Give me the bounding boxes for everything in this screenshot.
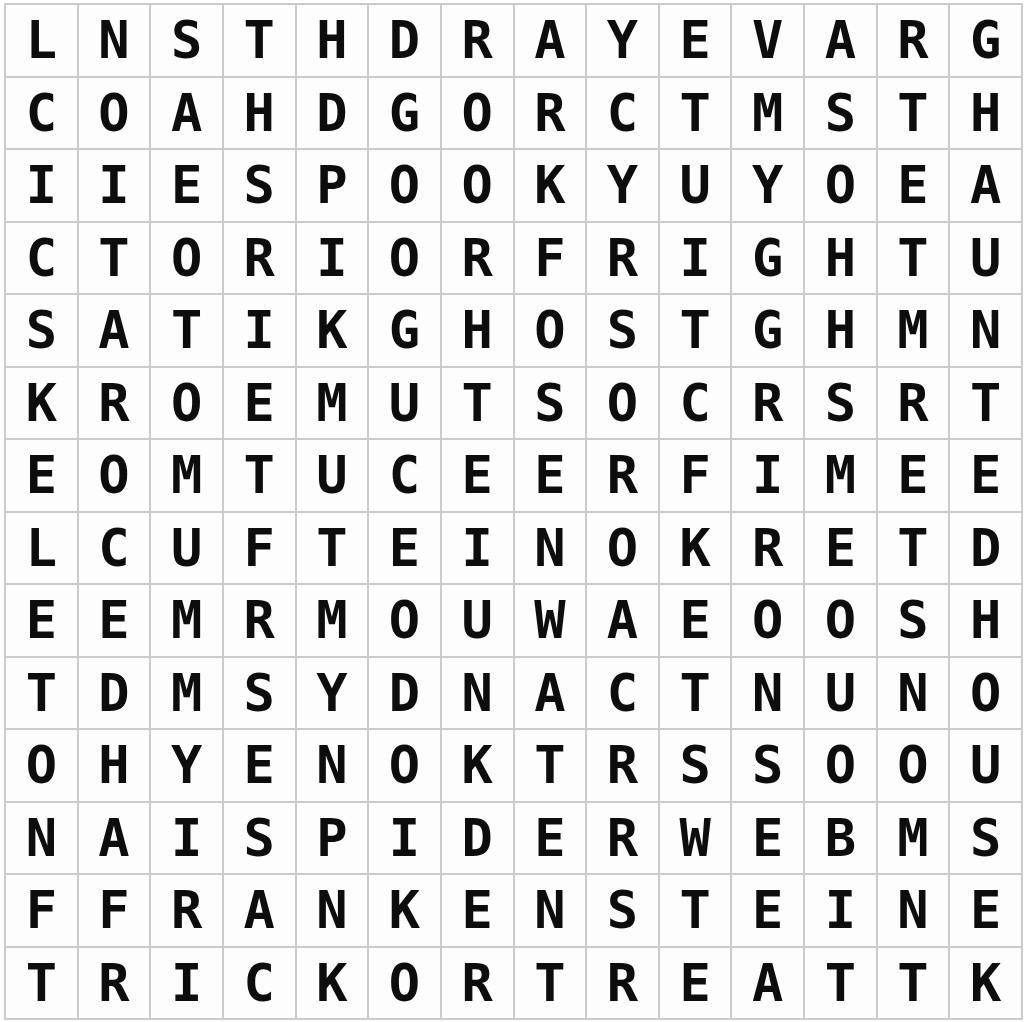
grid-cell[interactable]: U: [950, 223, 1023, 296]
grid-cell[interactable]: T: [878, 223, 951, 296]
grid-cell[interactable]: K: [297, 948, 370, 1021]
grid-cell[interactable]: E: [6, 440, 79, 513]
grid-cell[interactable]: K: [6, 368, 79, 441]
grid-cell[interactable]: A: [950, 150, 1023, 223]
grid-cell[interactable]: R: [878, 5, 951, 78]
grid-cell[interactable]: T: [224, 5, 297, 78]
grid-cell[interactable]: M: [297, 585, 370, 658]
grid-cell[interactable]: O: [587, 368, 660, 441]
grid-cell[interactable]: R: [587, 223, 660, 296]
grid-cell[interactable]: T: [79, 223, 152, 296]
grid-cell[interactable]: D: [297, 78, 370, 151]
grid-cell[interactable]: I: [151, 803, 224, 876]
grid-cell[interactable]: D: [369, 5, 442, 78]
grid-cell[interactable]: K: [950, 948, 1023, 1021]
grid-cell[interactable]: E: [950, 440, 1023, 513]
grid-cell[interactable]: A: [79, 295, 152, 368]
grid-cell[interactable]: H: [79, 730, 152, 803]
grid-cell[interactable]: H: [805, 223, 878, 296]
grid-cell[interactable]: A: [732, 948, 805, 1021]
grid-cell[interactable]: U: [151, 513, 224, 586]
grid-cell[interactable]: S: [587, 295, 660, 368]
grid-cell[interactable]: I: [79, 150, 152, 223]
grid-cell[interactable]: R: [732, 513, 805, 586]
grid-cell[interactable]: R: [878, 368, 951, 441]
grid-cell[interactable]: B: [805, 803, 878, 876]
grid-cell[interactable]: O: [79, 440, 152, 513]
grid-cell[interactable]: S: [224, 150, 297, 223]
grid-cell[interactable]: I: [297, 223, 370, 296]
grid-cell[interactable]: H: [950, 585, 1023, 658]
grid-cell[interactable]: R: [587, 803, 660, 876]
grid-cell[interactable]: U: [805, 658, 878, 731]
grid-cell[interactable]: O: [151, 223, 224, 296]
grid-cell[interactable]: A: [805, 5, 878, 78]
grid-cell[interactable]: E: [515, 440, 588, 513]
grid-cell[interactable]: D: [442, 803, 515, 876]
grid-cell[interactable]: O: [732, 585, 805, 658]
grid-cell[interactable]: O: [442, 150, 515, 223]
grid-cell[interactable]: S: [805, 78, 878, 151]
grid-cell[interactable]: R: [587, 948, 660, 1021]
grid-cell[interactable]: O: [442, 78, 515, 151]
grid-cell[interactable]: L: [6, 5, 79, 78]
grid-cell[interactable]: N: [515, 513, 588, 586]
grid-cell[interactable]: E: [950, 875, 1023, 948]
grid-cell[interactable]: W: [515, 585, 588, 658]
grid-cell[interactable]: C: [6, 78, 79, 151]
grid-cell[interactable]: T: [224, 440, 297, 513]
grid-cell[interactable]: E: [151, 150, 224, 223]
grid-cell[interactable]: U: [297, 440, 370, 513]
grid-cell[interactable]: E: [442, 440, 515, 513]
grid-cell[interactable]: K: [515, 150, 588, 223]
grid-cell[interactable]: F: [224, 513, 297, 586]
grid-cell[interactable]: E: [660, 948, 733, 1021]
grid-cell[interactable]: S: [6, 295, 79, 368]
grid-cell[interactable]: N: [297, 875, 370, 948]
grid-cell[interactable]: N: [878, 658, 951, 731]
grid-cell[interactable]: T: [660, 658, 733, 731]
grid-cell[interactable]: N: [6, 803, 79, 876]
grid-cell[interactable]: A: [224, 875, 297, 948]
grid-cell[interactable]: T: [297, 513, 370, 586]
grid-cell[interactable]: O: [369, 223, 442, 296]
grid-cell[interactable]: N: [878, 875, 951, 948]
grid-cell[interactable]: I: [369, 803, 442, 876]
word-search-grid: LNSTHDRAYEVARGCOAHDGORCTMSTHIIESPOOKYUYO…: [4, 3, 1023, 1020]
grid-cell[interactable]: L: [6, 513, 79, 586]
grid-cell[interactable]: H: [297, 5, 370, 78]
grid-cell[interactable]: O: [79, 78, 152, 151]
grid-cell[interactable]: O: [805, 585, 878, 658]
grid-cell[interactable]: T: [660, 295, 733, 368]
grid-cell[interactable]: A: [515, 5, 588, 78]
grid-cell[interactable]: P: [297, 803, 370, 876]
grid-cell[interactable]: H: [950, 78, 1023, 151]
grid-cell[interactable]: S: [732, 730, 805, 803]
grid-cell[interactable]: E: [732, 875, 805, 948]
grid-cell[interactable]: R: [79, 948, 152, 1021]
grid-cell[interactable]: E: [224, 730, 297, 803]
grid-cell[interactable]: T: [151, 295, 224, 368]
grid-cell[interactable]: Y: [151, 730, 224, 803]
grid-cell[interactable]: I: [224, 295, 297, 368]
grid-cell[interactable]: C: [369, 440, 442, 513]
grid-cell[interactable]: E: [369, 513, 442, 586]
grid-cell[interactable]: H: [442, 295, 515, 368]
grid-cell[interactable]: W: [660, 803, 733, 876]
grid-cell[interactable]: O: [6, 730, 79, 803]
grid-cell[interactable]: F: [660, 440, 733, 513]
grid-cell[interactable]: T: [442, 368, 515, 441]
grid-cell[interactable]: C: [224, 948, 297, 1021]
grid-cell[interactable]: S: [587, 875, 660, 948]
word-search-puzzle: LNSTHDRAYEVARGCOAHDGORCTMSTHIIESPOOKYUYO…: [0, 0, 1024, 1022]
grid-cell[interactable]: C: [660, 368, 733, 441]
grid-cell[interactable]: O: [878, 730, 951, 803]
grid-cell[interactable]: C: [587, 78, 660, 151]
grid-cell[interactable]: R: [442, 5, 515, 78]
grid-cell[interactable]: O: [151, 368, 224, 441]
grid-cell[interactable]: T: [6, 948, 79, 1021]
grid-cell[interactable]: S: [151, 5, 224, 78]
grid-cell[interactable]: R: [587, 440, 660, 513]
grid-cell[interactable]: M: [805, 440, 878, 513]
grid-cell[interactable]: U: [442, 585, 515, 658]
grid-cell[interactable]: R: [515, 78, 588, 151]
grid-cell[interactable]: O: [587, 513, 660, 586]
grid-cell[interactable]: G: [732, 223, 805, 296]
grid-cell[interactable]: D: [79, 658, 152, 731]
grid-cell[interactable]: E: [515, 803, 588, 876]
grid-cell[interactable]: T: [805, 948, 878, 1021]
grid-cell[interactable]: F: [515, 223, 588, 296]
grid-cell[interactable]: E: [805, 513, 878, 586]
grid-cell[interactable]: A: [79, 803, 152, 876]
grid-cell[interactable]: E: [878, 440, 951, 513]
grid-cell[interactable]: R: [732, 368, 805, 441]
grid-cell[interactable]: K: [297, 295, 370, 368]
grid-cell[interactable]: N: [297, 730, 370, 803]
grid-cell[interactable]: F: [79, 875, 152, 948]
grid-cell[interactable]: E: [6, 585, 79, 658]
grid-cell[interactable]: S: [950, 803, 1023, 876]
grid-cell[interactable]: V: [732, 5, 805, 78]
grid-cell[interactable]: N: [515, 875, 588, 948]
grid-cell[interactable]: R: [151, 875, 224, 948]
grid-cell[interactable]: I: [442, 513, 515, 586]
grid-cell[interactable]: E: [878, 150, 951, 223]
grid-cell[interactable]: I: [660, 223, 733, 296]
grid-cell[interactable]: E: [442, 875, 515, 948]
grid-cell[interactable]: A: [151, 78, 224, 151]
grid-cell[interactable]: S: [878, 585, 951, 658]
grid-cell[interactable]: H: [224, 78, 297, 151]
grid-cell[interactable]: K: [369, 875, 442, 948]
grid-cell[interactable]: Y: [587, 150, 660, 223]
grid-cell[interactable]: Y: [297, 658, 370, 731]
grid-cell[interactable]: T: [950, 368, 1023, 441]
grid-cell[interactable]: M: [878, 803, 951, 876]
grid-cell[interactable]: G: [369, 295, 442, 368]
grid-cell[interactable]: N: [732, 658, 805, 731]
grid-cell[interactable]: T: [878, 948, 951, 1021]
grid-cell[interactable]: T: [878, 78, 951, 151]
grid-cell[interactable]: R: [224, 585, 297, 658]
grid-cell[interactable]: N: [79, 5, 152, 78]
grid-cell[interactable]: O: [369, 948, 442, 1021]
grid-cell[interactable]: S: [224, 658, 297, 731]
grid-cell[interactable]: S: [805, 368, 878, 441]
grid-cell[interactable]: S: [660, 730, 733, 803]
grid-cell[interactable]: M: [878, 295, 951, 368]
grid-cell[interactable]: D: [369, 658, 442, 731]
grid-cell[interactable]: T: [6, 658, 79, 731]
grid-cell[interactable]: C: [79, 513, 152, 586]
grid-cell[interactable]: C: [587, 658, 660, 731]
grid-cell[interactable]: I: [6, 150, 79, 223]
grid-cell[interactable]: T: [660, 78, 733, 151]
grid-cell[interactable]: G: [369, 78, 442, 151]
grid-cell[interactable]: M: [151, 658, 224, 731]
grid-cell[interactable]: U: [660, 150, 733, 223]
grid-cell[interactable]: E: [224, 368, 297, 441]
grid-cell[interactable]: O: [805, 730, 878, 803]
grid-cell[interactable]: C: [6, 223, 79, 296]
grid-cell[interactable]: K: [442, 730, 515, 803]
grid-cell[interactable]: Y: [587, 5, 660, 78]
grid-cell[interactable]: Y: [732, 150, 805, 223]
grid-cell[interactable]: T: [515, 730, 588, 803]
grid-cell[interactable]: G: [732, 295, 805, 368]
grid-cell[interactable]: I: [732, 440, 805, 513]
grid-cell[interactable]: R: [442, 948, 515, 1021]
grid-cell[interactable]: R: [79, 368, 152, 441]
grid-cell[interactable]: U: [369, 368, 442, 441]
grid-cell[interactable]: S: [224, 803, 297, 876]
grid-cell[interactable]: D: [950, 513, 1023, 586]
grid-cell[interactable]: O: [950, 658, 1023, 731]
grid-cell[interactable]: S: [515, 368, 588, 441]
grid-cell[interactable]: I: [151, 948, 224, 1021]
grid-cell[interactable]: T: [515, 948, 588, 1021]
grid-cell[interactable]: U: [950, 730, 1023, 803]
grid-cell[interactable]: O: [369, 585, 442, 658]
grid-cell[interactable]: M: [297, 368, 370, 441]
grid-cell[interactable]: E: [79, 585, 152, 658]
grid-cell[interactable]: M: [732, 78, 805, 151]
grid-cell[interactable]: T: [878, 513, 951, 586]
grid-cell[interactable]: E: [660, 5, 733, 78]
grid-cell[interactable]: H: [805, 295, 878, 368]
grid-cell[interactable]: F: [6, 875, 79, 948]
grid-cell[interactable]: R: [224, 223, 297, 296]
grid-cell[interactable]: I: [805, 875, 878, 948]
grid-cell[interactable]: E: [660, 585, 733, 658]
grid-cell[interactable]: O: [805, 150, 878, 223]
grid-cell[interactable]: O: [515, 295, 588, 368]
grid-cell[interactable]: O: [369, 730, 442, 803]
grid-cell[interactable]: A: [515, 658, 588, 731]
grid-cell[interactable]: N: [442, 658, 515, 731]
grid-cell[interactable]: E: [732, 803, 805, 876]
grid-cell[interactable]: A: [587, 585, 660, 658]
grid-cell[interactable]: R: [587, 730, 660, 803]
grid-cell[interactable]: O: [369, 150, 442, 223]
grid-cell[interactable]: M: [151, 440, 224, 513]
grid-cell[interactable]: P: [297, 150, 370, 223]
grid-cell[interactable]: N: [950, 295, 1023, 368]
grid-cell[interactable]: R: [442, 223, 515, 296]
grid-cell[interactable]: K: [660, 513, 733, 586]
grid-cell[interactable]: G: [950, 5, 1023, 78]
grid-cell[interactable]: M: [151, 585, 224, 658]
grid-cell[interactable]: T: [660, 875, 733, 948]
